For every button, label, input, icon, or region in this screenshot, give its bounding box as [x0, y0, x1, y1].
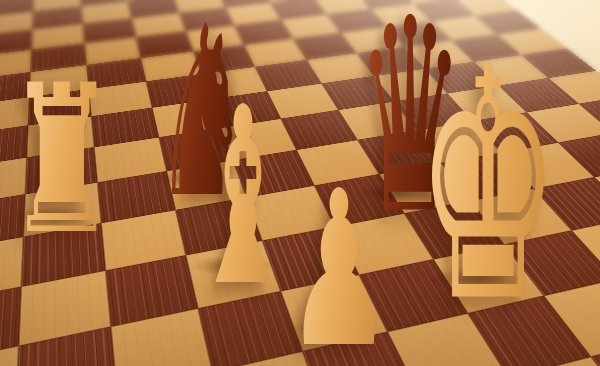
piece-white-rook[interactable]: ♜	[7, 58, 117, 263]
piece-white-king[interactable]: ♚	[416, 25, 559, 345]
piece-white-bishop[interactable]: ♝	[190, 75, 295, 320]
pieces-layer: ♞ ♛ ♜ ♝ ♚ ♟	[0, 0, 600, 366]
chessboard-photo: ♞ ♛ ♜ ♝ ♚ ♟	[0, 0, 600, 366]
piece-white-pawn[interactable]: ♟	[286, 162, 392, 366]
